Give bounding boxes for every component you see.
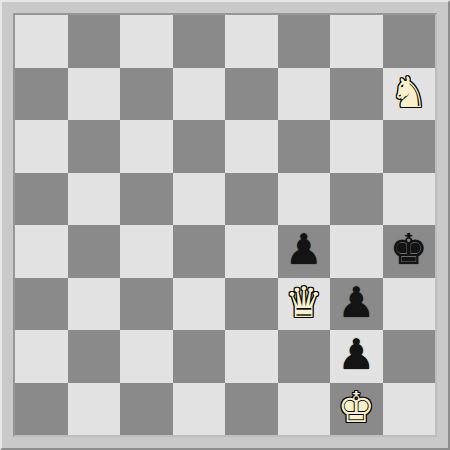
square-g1[interactable]: ♚	[330, 383, 383, 436]
square-f5[interactable]	[278, 173, 331, 226]
square-b5[interactable]	[68, 173, 121, 226]
square-h8[interactable]	[383, 15, 436, 68]
square-b4[interactable]	[68, 225, 121, 278]
chess-board: ♞♟♚♛♟♟♚	[13, 13, 437, 437]
square-c2[interactable]	[120, 330, 173, 383]
square-a1[interactable]	[15, 383, 68, 436]
piece-white-knight-h7[interactable]: ♞	[390, 72, 428, 114]
square-b7[interactable]	[68, 68, 121, 121]
square-c4[interactable]	[120, 225, 173, 278]
square-c5[interactable]	[120, 173, 173, 226]
square-c1[interactable]	[120, 383, 173, 436]
square-d7[interactable]	[173, 68, 226, 121]
piece-black-pawn-f4[interactable]: ♟	[285, 229, 323, 271]
square-h5[interactable]	[383, 173, 436, 226]
piece-white-king-g1[interactable]: ♚	[337, 387, 375, 429]
square-a8[interactable]	[15, 15, 68, 68]
square-e3[interactable]	[225, 278, 278, 331]
square-e4[interactable]	[225, 225, 278, 278]
piece-black-pawn-g2[interactable]: ♟	[337, 334, 375, 376]
square-h1[interactable]	[383, 383, 436, 436]
square-a5[interactable]	[15, 173, 68, 226]
square-c3[interactable]	[120, 278, 173, 331]
square-f8[interactable]	[278, 15, 331, 68]
square-a7[interactable]	[15, 68, 68, 121]
square-f7[interactable]	[278, 68, 331, 121]
square-f1[interactable]	[278, 383, 331, 436]
square-g7[interactable]	[330, 68, 383, 121]
square-d5[interactable]	[173, 173, 226, 226]
square-a4[interactable]	[15, 225, 68, 278]
square-a3[interactable]	[15, 278, 68, 331]
piece-white-queen-f3[interactable]: ♛	[285, 282, 323, 324]
square-d3[interactable]	[173, 278, 226, 331]
square-g6[interactable]	[330, 120, 383, 173]
board-frame: ♞♟♚♛♟♟♚	[0, 0, 450, 450]
square-f2[interactable]	[278, 330, 331, 383]
square-h3[interactable]	[383, 278, 436, 331]
square-b3[interactable]	[68, 278, 121, 331]
piece-black-king-h4[interactable]: ♚	[390, 229, 428, 271]
square-e8[interactable]	[225, 15, 278, 68]
square-g5[interactable]	[330, 173, 383, 226]
square-c7[interactable]	[120, 68, 173, 121]
square-d1[interactable]	[173, 383, 226, 436]
square-h6[interactable]	[383, 120, 436, 173]
square-g3[interactable]: ♟	[330, 278, 383, 331]
square-f3[interactable]: ♛	[278, 278, 331, 331]
square-a6[interactable]	[15, 120, 68, 173]
square-h4[interactable]: ♚	[383, 225, 436, 278]
square-f6[interactable]	[278, 120, 331, 173]
square-e2[interactable]	[225, 330, 278, 383]
square-g2[interactable]: ♟	[330, 330, 383, 383]
square-c6[interactable]	[120, 120, 173, 173]
square-g4[interactable]	[330, 225, 383, 278]
square-b2[interactable]	[68, 330, 121, 383]
square-g8[interactable]	[330, 15, 383, 68]
square-e6[interactable]	[225, 120, 278, 173]
square-f4[interactable]: ♟	[278, 225, 331, 278]
square-c8[interactable]	[120, 15, 173, 68]
square-a2[interactable]	[15, 330, 68, 383]
square-h7[interactable]: ♞	[383, 68, 436, 121]
piece-black-pawn-g3[interactable]: ♟	[337, 282, 375, 324]
square-b6[interactable]	[68, 120, 121, 173]
square-d6[interactable]	[173, 120, 226, 173]
square-d8[interactable]	[173, 15, 226, 68]
square-d2[interactable]	[173, 330, 226, 383]
square-b8[interactable]	[68, 15, 121, 68]
square-d4[interactable]	[173, 225, 226, 278]
square-b1[interactable]	[68, 383, 121, 436]
square-h2[interactable]	[383, 330, 436, 383]
square-e7[interactable]	[225, 68, 278, 121]
square-e1[interactable]	[225, 383, 278, 436]
square-e5[interactable]	[225, 173, 278, 226]
